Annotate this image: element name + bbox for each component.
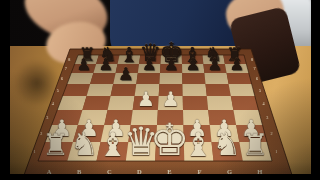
letterbox-left [0, 0, 10, 180]
piece-white-knight-b1[interactable]: ♞ [70, 128, 99, 160]
letterbox-right [311, 0, 320, 180]
piece-white-bishop-f1[interactable]: ♝ [184, 127, 214, 160]
piece-white-pawn-e4[interactable]: ♟ [162, 89, 180, 109]
piece-black-pawn-g7[interactable]: ♟ [208, 57, 222, 73]
pieces-layer: ♜♞♝♛♚♝♞♜♟♟♟♟♟♟♟♟♟♟♟♟♟♟♟♟♜♞♝♛♚♝♞♜ [0, 0, 320, 180]
piece-black-pawn-d7[interactable]: ♟ [142, 57, 156, 73]
piece-black-pawn-c6[interactable]: ♟ [118, 66, 134, 83]
piece-black-pawn-f7[interactable]: ♟ [186, 57, 200, 73]
video-frame: ABCDEFGH1122334455667788 ♜♞♝♛♚♝♞♜♟♟♟♟♟♟♟… [0, 0, 320, 180]
piece-black-pawn-a7[interactable]: ♟ [77, 57, 91, 73]
piece-black-pawn-b7[interactable]: ♟ [98, 57, 112, 73]
piece-white-rook-a1[interactable]: ♜ [42, 130, 69, 160]
piece-white-knight-g1[interactable]: ♞ [212, 128, 241, 160]
piece-black-pawn-e7[interactable]: ♟ [164, 57, 178, 73]
piece-black-bishop-c8[interactable]: ♝ [120, 44, 138, 64]
letterbox-bottom [0, 174, 320, 180]
piece-white-pawn-d4[interactable]: ♟ [137, 89, 155, 109]
piece-white-rook-h1[interactable]: ♜ [242, 130, 269, 160]
piece-black-pawn-h7[interactable]: ♟ [229, 57, 243, 73]
